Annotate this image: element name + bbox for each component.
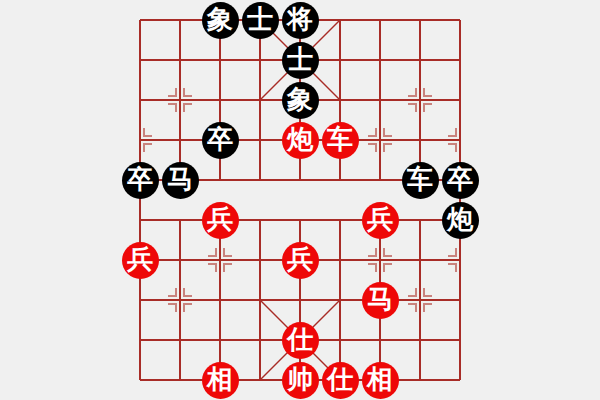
piece-red-horse[interactable]: 马 [362,282,399,319]
xiangqi-board: 象士将士象卒炮车卒马车卒兵兵炮兵兵马仕相帅仕相 [0,0,600,400]
board-point: 卒 [200,120,240,160]
piece-layer: 象士将士象卒炮车卒马车卒兵兵炮兵兵马仕相帅仕相 [120,0,480,400]
piece-red-elephant[interactable]: 相 [202,362,239,399]
piece-glyph: 帅 [287,366,313,392]
piece-glyph: 象 [287,86,313,112]
piece-black-elephant[interactable]: 象 [202,2,239,39]
board-point: 士 [280,40,320,80]
piece-glyph: 兵 [207,206,233,232]
piece-glyph: 马 [367,286,393,312]
piece-glyph: 兵 [367,206,393,232]
piece-black-soldier[interactable]: 卒 [122,162,159,199]
board-point: 车 [320,120,360,160]
piece-red-soldier[interactable]: 兵 [362,202,399,239]
piece-red-cannon[interactable]: 炮 [282,122,319,159]
piece-glyph: 卒 [447,166,473,192]
piece-red-chariot[interactable]: 车 [322,122,359,159]
piece-glyph: 炮 [287,126,313,152]
piece-glyph: 士 [287,46,313,72]
piece-glyph: 将 [287,6,313,32]
piece-glyph: 卒 [127,166,153,192]
board-point: 卒 [440,160,480,200]
piece-glyph: 兵 [287,246,313,272]
piece-glyph: 象 [207,6,233,32]
board-point: 仕 [280,320,320,360]
piece-black-advisor[interactable]: 士 [282,42,319,79]
piece-red-soldier[interactable]: 兵 [202,202,239,239]
piece-black-horse[interactable]: 马 [162,162,199,199]
piece-glyph: 炮 [447,206,473,232]
board-point: 士 [240,0,280,40]
board-point: 兵 [200,200,240,240]
piece-glyph: 卒 [207,126,233,152]
piece-black-cannon[interactable]: 炮 [442,202,479,239]
piece-black-soldier[interactable]: 卒 [202,122,239,159]
piece-glyph: 马 [167,166,193,192]
piece-black-soldier[interactable]: 卒 [442,162,479,199]
piece-glyph: 兵 [127,246,153,272]
piece-red-soldier[interactable]: 兵 [122,242,159,279]
board-point: 车 [400,160,440,200]
board-point: 兵 [280,240,320,280]
piece-red-advisor[interactable]: 仕 [282,322,319,359]
board-point: 相 [200,360,240,400]
piece-black-chariot[interactable]: 车 [402,162,439,199]
piece-red-elephant[interactable]: 相 [362,362,399,399]
piece-glyph: 车 [327,126,353,152]
board-point: 卒 [120,160,160,200]
piece-red-soldier[interactable]: 兵 [282,242,319,279]
board-point: 象 [200,0,240,40]
piece-glyph: 相 [367,366,393,392]
board-point: 马 [160,160,200,200]
board-point: 兵 [120,240,160,280]
board-point: 将 [280,0,320,40]
piece-glyph: 相 [207,366,233,392]
board-point: 炮 [440,200,480,240]
piece-black-advisor[interactable]: 士 [242,2,279,39]
piece-glyph: 仕 [287,326,313,352]
piece-black-general[interactable]: 将 [282,2,319,39]
board-point: 马 [360,280,400,320]
board-point: 兵 [360,200,400,240]
board-point: 帅 [280,360,320,400]
board-point: 相 [360,360,400,400]
piece-black-elephant[interactable]: 象 [282,82,319,119]
board-point: 仕 [320,360,360,400]
board-point: 象 [280,80,320,120]
piece-glyph: 车 [407,166,433,192]
piece-glyph: 士 [247,6,273,32]
board-point: 炮 [280,120,320,160]
piece-glyph: 仕 [327,366,353,392]
piece-red-advisor[interactable]: 仕 [322,362,359,399]
piece-red-general[interactable]: 帅 [282,362,319,399]
